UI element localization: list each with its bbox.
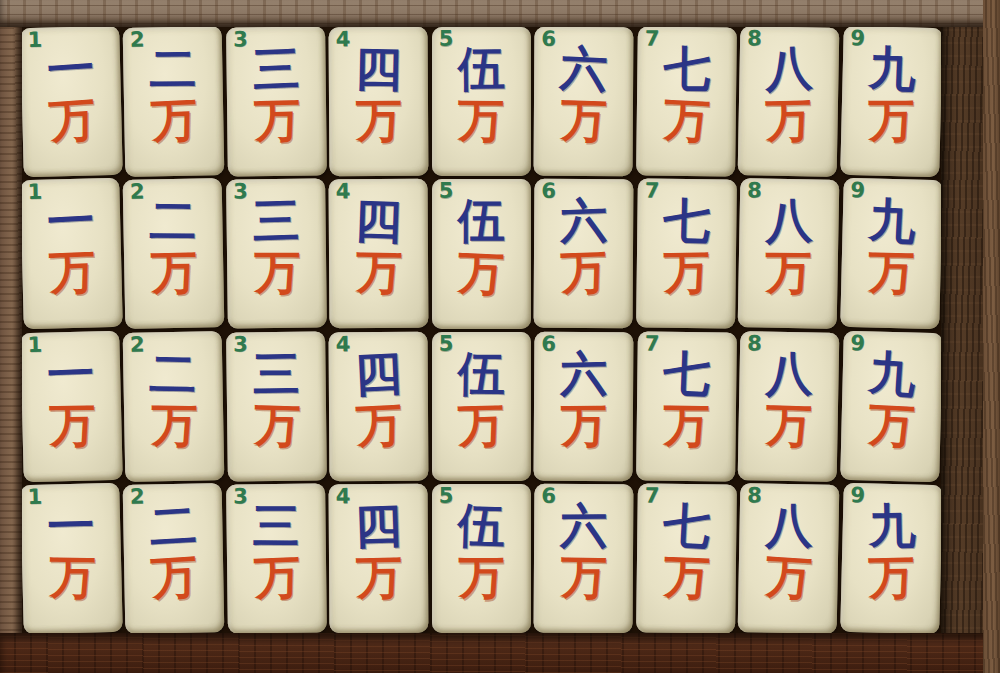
tile-index: 2: [130, 182, 145, 203]
tile-suit-character: 万: [765, 96, 812, 145]
tile-suit-character: 万: [48, 248, 96, 298]
tile-numeral: 四: [355, 43, 403, 93]
tile-suit-character: 万: [355, 400, 403, 450]
tile-row1-col9-9m[interactable]: 9九万: [840, 26, 943, 178]
tile-index: 5: [439, 181, 454, 202]
tile-suit-character: 万: [49, 401, 96, 450]
tile-suit-character: 万: [662, 552, 710, 602]
tile-index: 3: [233, 334, 248, 355]
tile-row1-col8-8m[interactable]: 8八万: [738, 26, 840, 177]
tile-row1-col4-4m[interactable]: 4四万: [329, 27, 429, 177]
tile-index: 9: [850, 332, 865, 353]
tile-numeral: 六: [559, 43, 608, 95]
tile-numeral: 伍: [458, 196, 505, 245]
tile-row4-col3-3m[interactable]: 3三万: [226, 483, 327, 633]
tile-row2-col6-6m[interactable]: 6六万: [534, 179, 634, 329]
tile-index: 2: [130, 486, 145, 507]
tile-well: 1一万2二万3三万4四万5伍万6六万7七万8八万9九万1一万2二万3三万4四万5…: [22, 27, 941, 633]
tile-suit-character: 万: [458, 96, 505, 145]
tile-index: 3: [233, 182, 248, 203]
tile-index: 6: [542, 29, 557, 50]
tile-suit-character: 万: [150, 95, 198, 145]
tile-index: 1: [27, 334, 42, 355]
tile-suit-character: 万: [560, 96, 608, 146]
tile-suit-character: 万: [561, 401, 607, 450]
tile-suit-character: 万: [356, 553, 403, 602]
tile-index: 7: [644, 485, 659, 506]
tile-row2-col8-8m[interactable]: 8八万: [738, 178, 840, 329]
tile-suit-character: 万: [151, 401, 197, 450]
tile-index: 1: [27, 30, 42, 51]
tile-numeral: 四: [355, 500, 404, 551]
tile-suit-character: 万: [356, 96, 402, 145]
mahjong-board: 1一万2二万3三万4四万5伍万6六万7七万8八万9九万1一万2二万3三万4四万5…: [22, 27, 941, 633]
tile-row1-col1-1m[interactable]: 1一万: [20, 26, 123, 178]
tile-suit-character: 万: [48, 95, 97, 146]
tile-numeral: 三: [253, 501, 300, 550]
tile-index: 3: [233, 29, 248, 50]
tile-row3-col6-6m[interactable]: 6六万: [534, 331, 634, 481]
tile-index: 9: [850, 180, 865, 201]
tile-numeral: 二: [149, 499, 199, 551]
tile-suit-character: 万: [765, 248, 811, 296]
tile-index: 3: [233, 486, 248, 507]
tile-index: 2: [130, 334, 145, 355]
tile-numeral: 七: [662, 348, 711, 399]
tile-numeral: 八: [766, 348, 813, 398]
tile-row1-col7-7m[interactable]: 7七万: [636, 26, 737, 176]
tile-suit-character: 万: [560, 248, 608, 298]
tile-row3-col4-4m[interactable]: 4四万: [329, 331, 429, 481]
tile-numeral: 六: [560, 195, 609, 246]
tile-row4-col2-2m[interactable]: 2二万: [123, 483, 225, 634]
tile-suit-character: 万: [560, 553, 607, 602]
tile-numeral: 一: [46, 43, 96, 95]
tile-index: 8: [747, 485, 762, 506]
tile-index: 7: [644, 181, 659, 202]
tile-numeral: 七: [663, 44, 711, 94]
tile-index: 4: [336, 334, 351, 355]
tile-index: 4: [336, 486, 351, 507]
tile-row4-col9-9m[interactable]: 9九万: [840, 483, 943, 635]
tile-row2-col4-4m[interactable]: 4四万: [329, 179, 429, 329]
tile-row3-col5-5m[interactable]: 5伍万: [432, 332, 531, 481]
tile-suit-character: 万: [458, 553, 504, 601]
tile-numeral: 七: [662, 500, 712, 552]
tile-suit-character: 万: [663, 401, 710, 450]
tile-row1-col5-5m[interactable]: 5伍万: [432, 27, 531, 176]
tile-index: 9: [850, 28, 865, 49]
tile-numeral: 一: [47, 500, 95, 550]
tile-suit-character: 万: [150, 552, 199, 603]
tile-row3-col8-8m[interactable]: 8八万: [738, 331, 840, 482]
tile-numeral: 八: [765, 500, 813, 550]
tile-row3-col9-9m[interactable]: 9九万: [840, 330, 943, 482]
tile-suit-character: 万: [765, 400, 813, 450]
tile-row2-col9-9m[interactable]: 9九万: [840, 178, 943, 330]
tile-row4-col8-8m[interactable]: 8八万: [738, 483, 840, 634]
tile-numeral: 一: [46, 195, 96, 247]
tray-right-rail: [941, 22, 985, 640]
tile-row3-col1-1m[interactable]: 1一万: [20, 330, 123, 482]
tile-row1-col3-3m[interactable]: 3三万: [226, 26, 327, 176]
tile-index: 5: [439, 334, 454, 355]
tile-numeral: 九: [867, 195, 917, 247]
tile-row2-col3-3m[interactable]: 3三万: [226, 179, 327, 329]
tile-suit-character: 万: [458, 400, 505, 450]
tile-suit-character: 万: [457, 248, 505, 298]
tile-row4-col7-7m[interactable]: 7七万: [636, 483, 737, 633]
tile-index: 5: [439, 29, 454, 50]
tile-suit-character: 万: [253, 96, 300, 145]
tile-numeral: 六: [560, 501, 607, 551]
tile-suit-character: 万: [356, 248, 403, 297]
tile-row4-col6-6m[interactable]: 6六万: [534, 483, 634, 633]
tile-suit-character: 万: [867, 553, 914, 602]
tile-suit-character: 万: [151, 248, 198, 297]
tile-row3-col3-3m[interactable]: 3三万: [226, 331, 327, 481]
tile-numeral: 二: [149, 348, 197, 398]
tile-index: 1: [27, 486, 42, 507]
tile-row3-col7-7m[interactable]: 7七万: [636, 331, 737, 481]
tile-index: 1: [27, 182, 42, 203]
tile-numeral: 九: [867, 347, 917, 399]
tile-index: 7: [644, 28, 659, 49]
tile-suit-character: 万: [867, 400, 915, 451]
tile-numeral: 三: [252, 196, 300, 247]
tile-row1-col6-6m[interactable]: 6六万: [534, 27, 634, 177]
tile-numeral: 伍: [458, 348, 506, 398]
tile-numeral: 伍: [457, 500, 505, 551]
tile-suit-character: 万: [867, 248, 914, 297]
tile-numeral: 八: [765, 43, 813, 93]
tile-index: 4: [336, 181, 351, 202]
tile-suit-character: 万: [49, 553, 96, 602]
tray-left-rail: [0, 20, 22, 638]
tile-suit-character: 万: [254, 249, 300, 297]
tile-numeral: 伍: [458, 44, 506, 94]
tray-top-rail: [0, 0, 1000, 27]
tile-index: 2: [130, 30, 145, 51]
tile-numeral: 七: [663, 196, 711, 247]
tray-bottom-rail: [0, 633, 1000, 673]
tile-index: 9: [850, 485, 865, 506]
tile-index: 7: [644, 333, 659, 354]
tile-row3-col2-2m[interactable]: 2二万: [123, 331, 225, 482]
tile-suit-character: 万: [663, 248, 710, 297]
tile-row2-col1-1m[interactable]: 1一万: [20, 178, 123, 330]
tile-numeral: 四: [354, 347, 403, 399]
tile-numeral: 四: [354, 195, 403, 246]
tile-index: 8: [747, 28, 762, 49]
tile-row1-col2-2m[interactable]: 2二万: [123, 26, 225, 177]
tile-suit-character: 万: [662, 95, 711, 146]
tile-numeral: 九: [868, 500, 916, 550]
tile-index: 8: [747, 333, 762, 354]
tile-index: 4: [336, 29, 351, 50]
tile-numeral: 九: [868, 43, 917, 94]
tray-right-outer-edge: [983, 0, 1000, 673]
tile-index: 6: [542, 485, 557, 506]
tile-row4-col1-1m[interactable]: 1一万: [20, 483, 123, 635]
tile-suit-character: 万: [253, 552, 301, 602]
tile-numeral: 二: [150, 44, 197, 94]
tile-index: 8: [747, 180, 762, 201]
tile-numeral: 三: [252, 348, 300, 398]
tile-numeral: 八: [766, 196, 813, 246]
tile-index: 5: [439, 486, 454, 507]
tile-suit-character: 万: [764, 552, 813, 603]
tile-numeral: 六: [560, 348, 608, 398]
tile-numeral: 三: [252, 43, 301, 94]
tile-suit-character: 万: [253, 400, 300, 450]
tile-index: 6: [542, 181, 557, 202]
tile-numeral: 二: [150, 196, 197, 246]
tile-row2-col2-2m[interactable]: 2二万: [123, 178, 225, 329]
tile-row4-col5-5m[interactable]: 5伍万: [432, 484, 531, 633]
tile-row2-col5-5m[interactable]: 5伍万: [432, 179, 531, 328]
tile-index: 6: [542, 333, 557, 354]
tile-row4-col4-4m[interactable]: 4四万: [329, 483, 429, 633]
tile-row2-col7-7m[interactable]: 7七万: [636, 179, 737, 329]
tile-numeral: 一: [46, 348, 95, 399]
mahjong-tray: 1一万2二万3三万4四万5伍万6六万7七万8八万9九万1一万2二万3三万4四万5…: [0, 0, 1000, 673]
tile-suit-character: 万: [868, 96, 914, 144]
